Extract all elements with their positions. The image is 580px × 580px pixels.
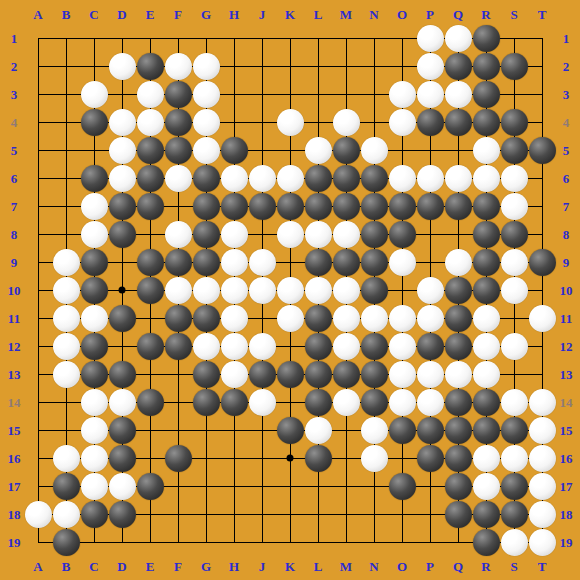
intersection-J11[interactable] (248, 304, 276, 332)
intersection-S17[interactable] (500, 472, 528, 500)
intersection-F9[interactable] (164, 248, 192, 276)
intersection-H10[interactable] (220, 276, 248, 304)
intersection-E18[interactable] (136, 500, 164, 528)
intersection-N15[interactable] (360, 416, 388, 444)
intersection-R6[interactable] (472, 164, 500, 192)
intersection-H15[interactable] (220, 416, 248, 444)
intersection-C9[interactable] (80, 248, 108, 276)
intersection-L3[interactable] (304, 80, 332, 108)
intersection-D3[interactable] (108, 80, 136, 108)
intersection-O13[interactable] (388, 360, 416, 388)
intersection-J4[interactable] (248, 108, 276, 136)
intersection-M10[interactable] (332, 276, 360, 304)
intersection-D2[interactable] (108, 52, 136, 80)
intersection-L19[interactable] (304, 528, 332, 556)
intersection-N4[interactable] (360, 108, 388, 136)
intersection-G19[interactable] (192, 528, 220, 556)
intersection-B10[interactable] (52, 276, 80, 304)
intersection-B11[interactable] (52, 304, 80, 332)
intersection-O5[interactable] (388, 136, 416, 164)
intersection-C8[interactable] (80, 220, 108, 248)
intersection-T8[interactable] (528, 220, 556, 248)
intersection-B13[interactable] (52, 360, 80, 388)
intersection-J5[interactable] (248, 136, 276, 164)
intersection-E17[interactable] (136, 472, 164, 500)
intersection-D4[interactable] (108, 108, 136, 136)
intersection-F3[interactable] (164, 80, 192, 108)
intersection-G16[interactable] (192, 444, 220, 472)
intersection-L10[interactable] (304, 276, 332, 304)
intersection-S7[interactable] (500, 192, 528, 220)
intersection-O14[interactable] (388, 388, 416, 416)
intersection-S18[interactable] (500, 500, 528, 528)
intersection-S14[interactable] (500, 388, 528, 416)
intersection-S4[interactable] (500, 108, 528, 136)
intersection-T6[interactable] (528, 164, 556, 192)
intersection-T11[interactable] (528, 304, 556, 332)
intersection-T16[interactable] (528, 444, 556, 472)
intersection-P10[interactable] (416, 276, 444, 304)
intersection-O18[interactable] (388, 500, 416, 528)
intersection-E13[interactable] (136, 360, 164, 388)
intersection-D16[interactable] (108, 444, 136, 472)
intersection-L5[interactable] (304, 136, 332, 164)
intersection-E1[interactable] (136, 24, 164, 52)
intersection-K7[interactable] (276, 192, 304, 220)
intersection-H11[interactable] (220, 304, 248, 332)
intersection-B3[interactable] (52, 80, 80, 108)
intersection-B17[interactable] (52, 472, 80, 500)
intersection-C19[interactable] (80, 528, 108, 556)
intersection-J12[interactable] (248, 332, 276, 360)
intersection-C14[interactable] (80, 388, 108, 416)
intersection-A11[interactable] (24, 304, 52, 332)
intersection-G9[interactable] (192, 248, 220, 276)
intersection-J10[interactable] (248, 276, 276, 304)
intersection-H7[interactable] (220, 192, 248, 220)
intersection-L14[interactable] (304, 388, 332, 416)
intersection-H18[interactable] (220, 500, 248, 528)
intersection-N19[interactable] (360, 528, 388, 556)
intersection-A6[interactable] (24, 164, 52, 192)
intersection-B4[interactable] (52, 108, 80, 136)
intersection-N8[interactable] (360, 220, 388, 248)
intersection-R15[interactable] (472, 416, 500, 444)
intersection-Q6[interactable] (444, 164, 472, 192)
intersection-J1[interactable] (248, 24, 276, 52)
intersection-G18[interactable] (192, 500, 220, 528)
intersection-P18[interactable] (416, 500, 444, 528)
intersection-O19[interactable] (388, 528, 416, 556)
intersection-D11[interactable] (108, 304, 136, 332)
intersection-S11[interactable] (500, 304, 528, 332)
intersection-O1[interactable] (388, 24, 416, 52)
intersection-S6[interactable] (500, 164, 528, 192)
intersection-G8[interactable] (192, 220, 220, 248)
intersection-C16[interactable] (80, 444, 108, 472)
intersection-F16[interactable] (164, 444, 192, 472)
intersection-N11[interactable] (360, 304, 388, 332)
intersection-P19[interactable] (416, 528, 444, 556)
intersection-L1[interactable] (304, 24, 332, 52)
intersection-F8[interactable] (164, 220, 192, 248)
intersection-T5[interactable] (528, 136, 556, 164)
intersection-Q1[interactable] (444, 24, 472, 52)
intersection-N12[interactable] (360, 332, 388, 360)
intersection-A19[interactable] (24, 528, 52, 556)
intersection-F11[interactable] (164, 304, 192, 332)
intersection-C12[interactable] (80, 332, 108, 360)
intersection-N17[interactable] (360, 472, 388, 500)
intersection-B12[interactable] (52, 332, 80, 360)
intersection-J18[interactable] (248, 500, 276, 528)
intersection-F18[interactable] (164, 500, 192, 528)
intersection-J9[interactable] (248, 248, 276, 276)
intersection-T19[interactable] (528, 528, 556, 556)
intersection-R9[interactable] (472, 248, 500, 276)
intersection-F13[interactable] (164, 360, 192, 388)
intersection-T14[interactable] (528, 388, 556, 416)
intersection-P1[interactable] (416, 24, 444, 52)
intersection-E15[interactable] (136, 416, 164, 444)
intersection-N18[interactable] (360, 500, 388, 528)
intersection-L9[interactable] (304, 248, 332, 276)
intersection-T15[interactable] (528, 416, 556, 444)
intersection-K5[interactable] (276, 136, 304, 164)
intersection-H16[interactable] (220, 444, 248, 472)
intersection-C4[interactable] (80, 108, 108, 136)
intersection-H13[interactable] (220, 360, 248, 388)
intersection-E7[interactable] (136, 192, 164, 220)
intersection-S1[interactable] (500, 24, 528, 52)
intersection-E11[interactable] (136, 304, 164, 332)
intersection-J3[interactable] (248, 80, 276, 108)
intersection-R2[interactable] (472, 52, 500, 80)
intersection-D10[interactable] (108, 276, 136, 304)
intersection-O17[interactable] (388, 472, 416, 500)
intersection-B14[interactable] (52, 388, 80, 416)
intersection-P13[interactable] (416, 360, 444, 388)
intersection-L18[interactable] (304, 500, 332, 528)
intersection-H8[interactable] (220, 220, 248, 248)
intersection-J13[interactable] (248, 360, 276, 388)
intersection-F1[interactable] (164, 24, 192, 52)
intersection-R5[interactable] (472, 136, 500, 164)
intersection-L6[interactable] (304, 164, 332, 192)
intersection-J15[interactable] (248, 416, 276, 444)
intersection-F2[interactable] (164, 52, 192, 80)
intersection-N10[interactable] (360, 276, 388, 304)
intersection-R14[interactable] (472, 388, 500, 416)
intersection-Q14[interactable] (444, 388, 472, 416)
intersection-L2[interactable] (304, 52, 332, 80)
intersection-C18[interactable] (80, 500, 108, 528)
intersection-L16[interactable] (304, 444, 332, 472)
intersection-Q15[interactable] (444, 416, 472, 444)
intersection-Q13[interactable] (444, 360, 472, 388)
intersection-H19[interactable] (220, 528, 248, 556)
intersection-G1[interactable] (192, 24, 220, 52)
intersection-R12[interactable] (472, 332, 500, 360)
intersection-D9[interactable] (108, 248, 136, 276)
intersection-C2[interactable] (80, 52, 108, 80)
intersection-E6[interactable] (136, 164, 164, 192)
intersection-A8[interactable] (24, 220, 52, 248)
intersection-B16[interactable] (52, 444, 80, 472)
intersection-H6[interactable] (220, 164, 248, 192)
intersection-B19[interactable] (52, 528, 80, 556)
intersection-G11[interactable] (192, 304, 220, 332)
intersection-E12[interactable] (136, 332, 164, 360)
intersection-M5[interactable] (332, 136, 360, 164)
intersection-O4[interactable] (388, 108, 416, 136)
intersection-D19[interactable] (108, 528, 136, 556)
intersection-M18[interactable] (332, 500, 360, 528)
intersection-A7[interactable] (24, 192, 52, 220)
intersection-J2[interactable] (248, 52, 276, 80)
intersection-P16[interactable] (416, 444, 444, 472)
intersection-K15[interactable] (276, 416, 304, 444)
intersection-K9[interactable] (276, 248, 304, 276)
intersection-L12[interactable] (304, 332, 332, 360)
intersection-C1[interactable] (80, 24, 108, 52)
intersection-G4[interactable] (192, 108, 220, 136)
intersection-T3[interactable] (528, 80, 556, 108)
intersection-J16[interactable] (248, 444, 276, 472)
intersection-Q16[interactable] (444, 444, 472, 472)
intersection-R16[interactable] (472, 444, 500, 472)
intersection-A2[interactable] (24, 52, 52, 80)
intersection-H5[interactable] (220, 136, 248, 164)
intersection-C3[interactable] (80, 80, 108, 108)
intersection-H9[interactable] (220, 248, 248, 276)
intersection-G14[interactable] (192, 388, 220, 416)
intersection-S19[interactable] (500, 528, 528, 556)
intersection-S9[interactable] (500, 248, 528, 276)
intersection-K10[interactable] (276, 276, 304, 304)
intersection-A12[interactable] (24, 332, 52, 360)
intersection-M12[interactable] (332, 332, 360, 360)
intersection-T12[interactable] (528, 332, 556, 360)
intersection-B2[interactable] (52, 52, 80, 80)
intersection-N13[interactable] (360, 360, 388, 388)
intersection-N1[interactable] (360, 24, 388, 52)
intersection-C11[interactable] (80, 304, 108, 332)
intersection-D15[interactable] (108, 416, 136, 444)
intersection-M11[interactable] (332, 304, 360, 332)
intersection-L11[interactable] (304, 304, 332, 332)
intersection-M9[interactable] (332, 248, 360, 276)
intersection-E5[interactable] (136, 136, 164, 164)
intersection-H2[interactable] (220, 52, 248, 80)
intersection-M7[interactable] (332, 192, 360, 220)
intersection-T2[interactable] (528, 52, 556, 80)
intersection-P15[interactable] (416, 416, 444, 444)
intersection-N14[interactable] (360, 388, 388, 416)
intersection-R13[interactable] (472, 360, 500, 388)
intersection-Q10[interactable] (444, 276, 472, 304)
intersection-N7[interactable] (360, 192, 388, 220)
intersection-F14[interactable] (164, 388, 192, 416)
intersection-G5[interactable] (192, 136, 220, 164)
intersection-G15[interactable] (192, 416, 220, 444)
intersection-P11[interactable] (416, 304, 444, 332)
intersection-L13[interactable] (304, 360, 332, 388)
intersection-M13[interactable] (332, 360, 360, 388)
intersection-B8[interactable] (52, 220, 80, 248)
intersection-S10[interactable] (500, 276, 528, 304)
intersection-K6[interactable] (276, 164, 304, 192)
intersection-T4[interactable] (528, 108, 556, 136)
intersection-Q5[interactable] (444, 136, 472, 164)
intersection-S8[interactable] (500, 220, 528, 248)
intersection-A5[interactable] (24, 136, 52, 164)
intersection-B18[interactable] (52, 500, 80, 528)
intersection-E10[interactable] (136, 276, 164, 304)
intersection-K14[interactable] (276, 388, 304, 416)
intersection-E16[interactable] (136, 444, 164, 472)
intersection-N6[interactable] (360, 164, 388, 192)
intersection-A13[interactable] (24, 360, 52, 388)
intersection-D5[interactable] (108, 136, 136, 164)
intersection-R17[interactable] (472, 472, 500, 500)
intersection-J6[interactable] (248, 164, 276, 192)
intersection-R19[interactable] (472, 528, 500, 556)
intersection-A10[interactable] (24, 276, 52, 304)
intersection-E19[interactable] (136, 528, 164, 556)
intersection-L15[interactable] (304, 416, 332, 444)
intersection-A14[interactable] (24, 388, 52, 416)
intersection-N16[interactable] (360, 444, 388, 472)
intersection-Q4[interactable] (444, 108, 472, 136)
intersection-R4[interactable] (472, 108, 500, 136)
intersection-O7[interactable] (388, 192, 416, 220)
intersection-E14[interactable] (136, 388, 164, 416)
intersection-Q11[interactable] (444, 304, 472, 332)
intersection-J19[interactable] (248, 528, 276, 556)
intersection-A17[interactable] (24, 472, 52, 500)
intersection-H4[interactable] (220, 108, 248, 136)
intersection-L8[interactable] (304, 220, 332, 248)
intersection-P6[interactable] (416, 164, 444, 192)
intersection-E2[interactable] (136, 52, 164, 80)
intersection-F7[interactable] (164, 192, 192, 220)
intersection-R1[interactable] (472, 24, 500, 52)
intersection-M1[interactable] (332, 24, 360, 52)
intersection-S5[interactable] (500, 136, 528, 164)
intersection-P9[interactable] (416, 248, 444, 276)
intersection-F17[interactable] (164, 472, 192, 500)
intersection-P5[interactable] (416, 136, 444, 164)
intersection-S15[interactable] (500, 416, 528, 444)
intersection-B1[interactable] (52, 24, 80, 52)
intersection-T13[interactable] (528, 360, 556, 388)
intersection-Q12[interactable] (444, 332, 472, 360)
intersection-M8[interactable] (332, 220, 360, 248)
intersection-D7[interactable] (108, 192, 136, 220)
intersection-D1[interactable] (108, 24, 136, 52)
intersection-K8[interactable] (276, 220, 304, 248)
intersection-K12[interactable] (276, 332, 304, 360)
intersection-K13[interactable] (276, 360, 304, 388)
intersection-O15[interactable] (388, 416, 416, 444)
intersection-Q19[interactable] (444, 528, 472, 556)
intersection-H14[interactable] (220, 388, 248, 416)
intersection-Q8[interactable] (444, 220, 472, 248)
intersection-A9[interactable] (24, 248, 52, 276)
intersection-N5[interactable] (360, 136, 388, 164)
intersection-A15[interactable] (24, 416, 52, 444)
intersection-O3[interactable] (388, 80, 416, 108)
intersection-P12[interactable] (416, 332, 444, 360)
intersection-M16[interactable] (332, 444, 360, 472)
intersection-M14[interactable] (332, 388, 360, 416)
intersection-Q9[interactable] (444, 248, 472, 276)
intersection-G6[interactable] (192, 164, 220, 192)
intersection-J14[interactable] (248, 388, 276, 416)
intersection-P4[interactable] (416, 108, 444, 136)
intersection-C5[interactable] (80, 136, 108, 164)
intersection-A3[interactable] (24, 80, 52, 108)
intersection-K4[interactable] (276, 108, 304, 136)
intersection-O2[interactable] (388, 52, 416, 80)
intersection-O16[interactable] (388, 444, 416, 472)
intersection-F6[interactable] (164, 164, 192, 192)
intersection-F4[interactable] (164, 108, 192, 136)
intersection-E8[interactable] (136, 220, 164, 248)
intersection-P8[interactable] (416, 220, 444, 248)
intersection-O12[interactable] (388, 332, 416, 360)
intersection-P14[interactable] (416, 388, 444, 416)
intersection-P7[interactable] (416, 192, 444, 220)
intersection-A1[interactable] (24, 24, 52, 52)
intersection-H12[interactable] (220, 332, 248, 360)
intersection-G2[interactable] (192, 52, 220, 80)
intersection-K11[interactable] (276, 304, 304, 332)
intersection-Q2[interactable] (444, 52, 472, 80)
intersection-R11[interactable] (472, 304, 500, 332)
intersection-H1[interactable] (220, 24, 248, 52)
intersection-T10[interactable] (528, 276, 556, 304)
intersection-R18[interactable] (472, 500, 500, 528)
intersection-P17[interactable] (416, 472, 444, 500)
intersection-R10[interactable] (472, 276, 500, 304)
intersection-D13[interactable] (108, 360, 136, 388)
intersection-C13[interactable] (80, 360, 108, 388)
intersection-H17[interactable] (220, 472, 248, 500)
intersection-K19[interactable] (276, 528, 304, 556)
intersection-L17[interactable] (304, 472, 332, 500)
intersection-M4[interactable] (332, 108, 360, 136)
intersection-F12[interactable] (164, 332, 192, 360)
intersection-B9[interactable] (52, 248, 80, 276)
intersection-D17[interactable] (108, 472, 136, 500)
intersection-F10[interactable] (164, 276, 192, 304)
intersection-Q3[interactable] (444, 80, 472, 108)
intersection-E9[interactable] (136, 248, 164, 276)
intersection-C15[interactable] (80, 416, 108, 444)
intersection-S12[interactable] (500, 332, 528, 360)
intersection-C17[interactable] (80, 472, 108, 500)
intersection-M17[interactable] (332, 472, 360, 500)
intersection-B6[interactable] (52, 164, 80, 192)
intersection-C6[interactable] (80, 164, 108, 192)
intersection-P2[interactable] (416, 52, 444, 80)
intersection-O6[interactable] (388, 164, 416, 192)
intersection-B7[interactable] (52, 192, 80, 220)
intersection-D12[interactable] (108, 332, 136, 360)
intersection-G3[interactable] (192, 80, 220, 108)
